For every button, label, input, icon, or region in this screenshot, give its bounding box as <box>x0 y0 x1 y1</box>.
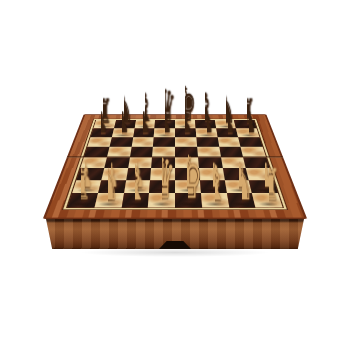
square-a7: ♟ <box>91 128 114 137</box>
square-a6 <box>87 137 111 147</box>
square-h1: ♜ <box>252 193 282 207</box>
square-e1: ♚ <box>175 193 202 207</box>
square-d1: ♛ <box>148 193 175 207</box>
square-e7: ♟ <box>175 128 196 137</box>
ground-shadow <box>80 248 270 257</box>
square-g1: ♞ <box>226 193 255 207</box>
square-g6 <box>217 137 240 147</box>
square-b1: ♞ <box>94 193 123 207</box>
square-c1: ♝ <box>121 193 149 207</box>
square-c6 <box>131 137 154 147</box>
case-front <box>46 219 304 249</box>
square-g7: ♟ <box>216 128 239 137</box>
square-d6 <box>153 137 175 147</box>
square-f1: ♝ <box>201 193 229 207</box>
square-b6 <box>109 137 132 147</box>
board-grid: ♜♞♝♛♚♝♞♜♟♟♟♟♟♟♟♟♟♟♟♟♟♟♟♟♜♞♝♛♚♝♞♜ <box>67 120 282 207</box>
square-h6 <box>238 137 262 147</box>
square-d7: ♟ <box>154 128 175 137</box>
chess-board: ♜♞♝♛♚♝♞♜♟♟♟♟♟♟♟♟♟♟♟♟♟♟♟♟♜♞♝♛♚♝♞♜ <box>43 114 308 219</box>
square-a1: ♜ <box>67 193 97 207</box>
square-c7: ♟ <box>133 128 155 137</box>
square-f7: ♟ <box>195 128 217 137</box>
product-photo: ♜♞♝♛♚♝♞♜♟♟♟♟♟♟♟♟♟♟♟♟♟♟♟♟♜♞♝♛♚♝♞♜ <box>0 0 350 350</box>
square-h7: ♟ <box>236 128 259 137</box>
square-b7: ♟ <box>112 128 135 137</box>
